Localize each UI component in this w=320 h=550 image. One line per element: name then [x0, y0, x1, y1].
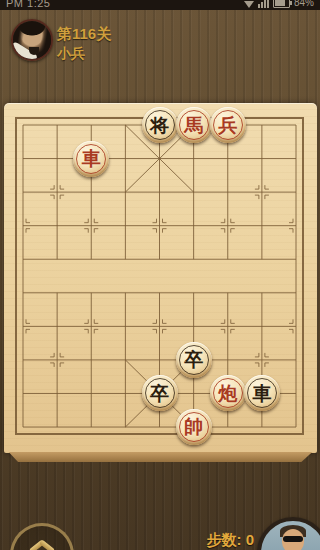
piece-卒-black[interactable]: 卒: [176, 342, 212, 378]
piece-glyph: 馬: [184, 116, 203, 135]
level-title: 第116关: [57, 25, 111, 44]
piece-glyph: 帥: [184, 417, 203, 436]
wifi-icon: [244, 1, 254, 8]
battery-percent: 84%: [294, 0, 314, 8]
move-counter-value: 0: [246, 531, 254, 548]
piece-帥-red[interactable]: 帥: [176, 409, 212, 445]
piece-glyph: 車: [252, 384, 271, 403]
app-screen: PM 1:25 84% 第116关 小兵 将馬兵車卒卒炮車帥 步数: 0: [0, 0, 320, 550]
piece-車-red[interactable]: 車: [73, 141, 109, 177]
sunglasses-icon: [283, 536, 303, 542]
piece-兵-red[interactable]: 兵: [210, 107, 246, 143]
clock: PM 1:25: [6, 0, 50, 9]
move-counter-label: 步数:: [206, 531, 241, 548]
piece-馬-red[interactable]: 馬: [176, 107, 212, 143]
piece-glyph: 将: [150, 116, 169, 135]
piece-glyph: 車: [82, 149, 101, 168]
piece-炮-red[interactable]: 炮: [210, 375, 246, 411]
signal-icon: [258, 0, 269, 8]
piece-卒-black[interactable]: 卒: [142, 375, 178, 411]
collapse-button[interactable]: [10, 523, 74, 550]
battery-icon: [273, 0, 290, 8]
board-panel-bevel: [4, 452, 317, 462]
piece-glyph: 卒: [184, 350, 203, 369]
piece-将-black[interactable]: 将: [142, 107, 178, 143]
opponent-avatar[interactable]: [11, 19, 53, 61]
piece-車-black[interactable]: 車: [244, 375, 280, 411]
xiangqi-board[interactable]: 将馬兵車卒卒炮車帥: [6, 108, 313, 443]
move-counter: 步数: 0: [206, 531, 254, 550]
status-bar: PM 1:25 84%: [0, 0, 320, 10]
piece-glyph: 卒: [150, 384, 169, 403]
player-avatar[interactable]: [257, 517, 320, 550]
piece-glyph: 炮: [218, 384, 237, 403]
chevron-up-icon: [30, 538, 54, 550]
level-subtitle: 小兵: [57, 45, 85, 63]
piece-glyph: 兵: [218, 116, 237, 135]
board-panel: 将馬兵車卒卒炮車帥: [4, 103, 317, 453]
